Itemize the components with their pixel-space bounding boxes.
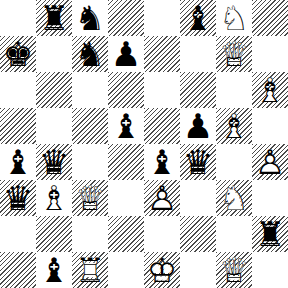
square-b6[interactable] <box>36 72 72 108</box>
black-queen-icon: ♛ <box>180 144 216 180</box>
black-rook-icon: ♜ <box>252 216 288 252</box>
square-h5[interactable] <box>252 108 288 144</box>
square-g7[interactable]: ♛♕ <box>216 36 252 72</box>
square-h2[interactable]: ♜ <box>252 216 288 252</box>
piece-black-rook: ♜ <box>252 216 288 252</box>
piece-white-pawn: ♟♙ <box>252 144 288 180</box>
piece-black-bishop: ♝ <box>144 144 180 180</box>
piece-white-bishop: ♝♗ <box>36 180 72 216</box>
piece-white-bishop: ♝♗ <box>252 72 288 108</box>
piece-black-king: ♚ <box>0 36 36 72</box>
black-pawn-icon: ♟ <box>108 36 144 72</box>
white-queen-icon: ♕ <box>216 36 252 72</box>
square-g6[interactable] <box>216 72 252 108</box>
white-pawn-icon: ♙ <box>252 144 288 180</box>
square-c4[interactable] <box>72 144 108 180</box>
square-g3[interactable]: ♞♘ <box>216 180 252 216</box>
piece-white-queen: ♛♕ <box>216 36 252 72</box>
square-e1[interactable]: ♚♔ <box>144 252 180 288</box>
piece-black-pawn: ♟ <box>108 36 144 72</box>
square-b4[interactable]: ♛ <box>36 144 72 180</box>
piece-black-queen: ♛ <box>36 144 72 180</box>
white-queen-icon: ♕ <box>216 252 252 288</box>
square-e6[interactable] <box>144 72 180 108</box>
black-bishop-icon: ♝ <box>144 144 180 180</box>
black-queen-icon: ♛ <box>36 144 72 180</box>
square-g8[interactable]: ♞♘ <box>216 0 252 36</box>
square-e4[interactable]: ♝ <box>144 144 180 180</box>
square-c5[interactable] <box>72 108 108 144</box>
piece-white-king: ♚♔ <box>144 252 180 288</box>
black-queen-icon: ♛ <box>0 180 36 216</box>
piece-black-queen: ♛ <box>0 180 36 216</box>
square-h6[interactable]: ♝♗ <box>252 72 288 108</box>
white-knight-icon: ♘ <box>216 0 252 36</box>
square-c3[interactable]: ♛♕ <box>72 180 108 216</box>
square-g2[interactable] <box>216 216 252 252</box>
piece-white-pawn: ♟♙ <box>144 180 180 216</box>
square-a5[interactable] <box>0 108 36 144</box>
white-pawn-icon: ♙ <box>144 180 180 216</box>
square-b7[interactable] <box>36 36 72 72</box>
square-d6[interactable] <box>108 72 144 108</box>
piece-white-queen: ♛♕ <box>72 180 108 216</box>
square-b8[interactable]: ♜ <box>36 0 72 36</box>
piece-black-bishop: ♝ <box>180 0 216 36</box>
piece-black-knight: ♞ <box>72 36 108 72</box>
square-e8[interactable] <box>144 0 180 36</box>
square-f8[interactable]: ♝ <box>180 0 216 36</box>
white-bishop-icon: ♗ <box>216 108 252 144</box>
black-knight-icon: ♞ <box>72 36 108 72</box>
square-f7[interactable] <box>180 36 216 72</box>
piece-black-bishop: ♝ <box>36 252 72 288</box>
square-f1[interactable] <box>180 252 216 288</box>
square-f4[interactable]: ♛ <box>180 144 216 180</box>
square-g1[interactable]: ♛♕ <box>216 252 252 288</box>
square-h8[interactable] <box>252 0 288 36</box>
black-pawn-icon: ♟ <box>180 108 216 144</box>
white-queen-icon: ♕ <box>72 180 108 216</box>
square-f6[interactable] <box>180 72 216 108</box>
piece-black-rook: ♜ <box>36 0 72 36</box>
white-bishop-icon: ♗ <box>36 180 72 216</box>
square-c1[interactable]: ♜♖ <box>72 252 108 288</box>
square-f2[interactable] <box>180 216 216 252</box>
square-h7[interactable] <box>252 36 288 72</box>
piece-white-rook: ♜♖ <box>72 252 108 288</box>
piece-white-bishop: ♝♗ <box>216 108 252 144</box>
square-c8[interactable]: ♞ <box>72 0 108 36</box>
square-d8[interactable] <box>108 0 144 36</box>
black-bishop-icon: ♝ <box>0 144 36 180</box>
white-knight-icon: ♘ <box>216 180 252 216</box>
piece-white-knight: ♞♘ <box>216 0 252 36</box>
piece-white-queen: ♛♕ <box>216 252 252 288</box>
black-knight-icon: ♞ <box>72 0 108 36</box>
black-bishop-icon: ♝ <box>36 252 72 288</box>
square-d3[interactable] <box>108 180 144 216</box>
white-bishop-icon: ♗ <box>252 72 288 108</box>
square-f3[interactable] <box>180 180 216 216</box>
white-king-icon: ♔ <box>144 252 180 288</box>
piece-black-bishop: ♝ <box>0 144 36 180</box>
square-b5[interactable] <box>36 108 72 144</box>
black-king-icon: ♚ <box>0 36 36 72</box>
black-bishop-icon: ♝ <box>180 0 216 36</box>
square-a6[interactable] <box>0 72 36 108</box>
square-h1[interactable] <box>252 252 288 288</box>
piece-black-bishop: ♝ <box>108 108 144 144</box>
square-d7[interactable]: ♟ <box>108 36 144 72</box>
square-a8[interactable] <box>0 0 36 36</box>
square-e3[interactable]: ♟♙ <box>144 180 180 216</box>
square-e2[interactable] <box>144 216 180 252</box>
white-rook-icon: ♖ <box>72 252 108 288</box>
square-e7[interactable] <box>144 36 180 72</box>
square-c6[interactable] <box>72 72 108 108</box>
square-g5[interactable]: ♝♗ <box>216 108 252 144</box>
square-a4[interactable]: ♝ <box>0 144 36 180</box>
square-h4[interactable]: ♟♙ <box>252 144 288 180</box>
square-a1[interactable] <box>0 252 36 288</box>
square-d4[interactable] <box>108 144 144 180</box>
square-d2[interactable] <box>108 216 144 252</box>
square-c7[interactable]: ♞ <box>72 36 108 72</box>
square-d1[interactable] <box>108 252 144 288</box>
square-h3[interactable] <box>252 180 288 216</box>
black-bishop-icon: ♝ <box>108 108 144 144</box>
square-b3[interactable]: ♝♗ <box>36 180 72 216</box>
square-b1[interactable]: ♝ <box>36 252 72 288</box>
square-a7[interactable]: ♚ <box>0 36 36 72</box>
chess-board: ♜♞♝♞♘♚♞♟♛♕♝♗♝♟♝♗♝♛♝♛♟♙♛♝♗♛♕♟♙♞♘♜♝♜♖♚♔♛♕ <box>0 0 288 288</box>
square-d5[interactable]: ♝ <box>108 108 144 144</box>
piece-black-knight: ♞ <box>72 0 108 36</box>
piece-black-queen: ♛ <box>180 144 216 180</box>
square-b2[interactable] <box>36 216 72 252</box>
square-c2[interactable] <box>72 216 108 252</box>
square-a3[interactable]: ♛ <box>0 180 36 216</box>
piece-white-knight: ♞♘ <box>216 180 252 216</box>
square-e5[interactable] <box>144 108 180 144</box>
square-g4[interactable] <box>216 144 252 180</box>
square-a2[interactable] <box>0 216 36 252</box>
square-f5[interactable]: ♟ <box>180 108 216 144</box>
black-rook-icon: ♜ <box>36 0 72 36</box>
piece-black-pawn: ♟ <box>180 108 216 144</box>
